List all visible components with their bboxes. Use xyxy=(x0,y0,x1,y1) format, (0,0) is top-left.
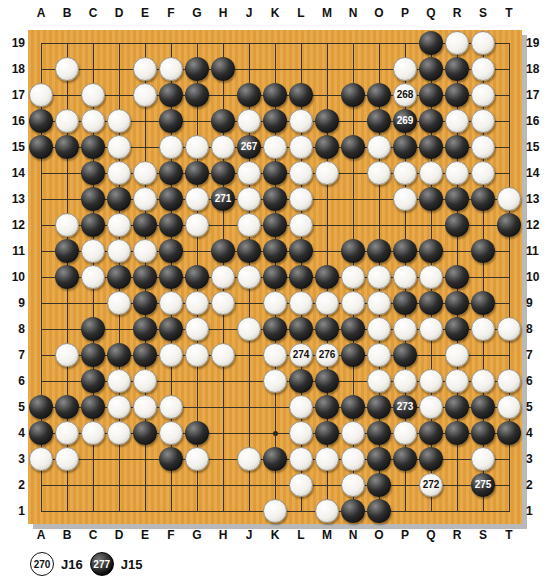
col-label-B: B xyxy=(54,528,80,542)
black-stone-D10 xyxy=(107,265,131,289)
row-label-12: 12 xyxy=(526,218,550,232)
black-stone-P11 xyxy=(393,239,417,263)
white-stone-C11 xyxy=(81,239,105,263)
row-label-15: 15 xyxy=(526,140,550,154)
white-stone-Q6 xyxy=(419,369,443,393)
black-stone-K16 xyxy=(263,109,287,133)
black-stone-S13 xyxy=(471,187,495,211)
col-label-H: H xyxy=(210,528,236,542)
white-stone-C10 xyxy=(81,265,105,289)
black-stone-R12 xyxy=(445,213,469,237)
black-stone-J17 xyxy=(237,83,261,107)
row-labels-left: 19181716151413121110987654321 xyxy=(1,30,25,524)
row-label-11: 11 xyxy=(1,244,25,258)
white-stone-G13 xyxy=(185,187,209,211)
white-stone-E11 xyxy=(133,239,157,263)
black-stone-P5: 273 xyxy=(393,395,417,419)
white-stone-S19 xyxy=(471,31,495,55)
white-stone-N2 xyxy=(341,473,365,497)
white-stone-K15 xyxy=(263,135,287,159)
row-label-1: 1 xyxy=(526,504,550,518)
black-stone-L11 xyxy=(289,239,313,263)
black-stone-A16 xyxy=(29,109,53,133)
black-stone-Q17 xyxy=(419,83,443,107)
white-stone-P14 xyxy=(393,161,417,185)
row-label-16: 16 xyxy=(526,114,550,128)
white-stone-J16 xyxy=(237,109,261,133)
white-stone-P17: 268 xyxy=(393,83,417,107)
col-label-Q: Q xyxy=(418,528,444,542)
black-stone-Q4 xyxy=(419,421,443,445)
black-stone-P7 xyxy=(393,343,417,367)
white-stone-S15 xyxy=(471,135,495,159)
black-stone-N17 xyxy=(341,83,365,107)
col-label-O: O xyxy=(366,6,392,20)
white-stone-T13 xyxy=(497,187,521,211)
black-stone-B10 xyxy=(55,265,79,289)
black-stone-R8 xyxy=(445,317,469,341)
black-stone-G4 xyxy=(185,421,209,445)
white-stone-L16 xyxy=(289,109,313,133)
black-stone-R15 xyxy=(445,135,469,159)
black-stone-G14 xyxy=(185,161,209,185)
star-point-K4 xyxy=(273,431,278,436)
white-stone-D15 xyxy=(107,135,131,159)
black-stone-C7 xyxy=(81,343,105,367)
col-label-T: T xyxy=(496,528,522,542)
col-label-T: T xyxy=(496,6,522,20)
white-stone-O7 xyxy=(367,343,391,367)
white-stone-P6 xyxy=(393,369,417,393)
white-stone-L9 xyxy=(289,291,313,315)
black-stone-Q11 xyxy=(419,239,443,263)
caption-black-stone-277: 277 xyxy=(90,552,114,576)
row-label-5: 5 xyxy=(526,400,550,414)
row-label-13: 13 xyxy=(1,192,25,206)
white-stone-O6 xyxy=(367,369,391,393)
black-stone-L8 xyxy=(289,317,313,341)
black-stone-C8 xyxy=(81,317,105,341)
black-stone-M15 xyxy=(315,135,339,159)
white-stone-P10 xyxy=(393,265,417,289)
black-stone-N11 xyxy=(341,239,365,263)
black-stone-M8 xyxy=(315,317,339,341)
white-stone-H9 xyxy=(211,291,235,315)
col-label-G: G xyxy=(184,528,210,542)
col-label-N: N xyxy=(340,6,366,20)
white-stone-K6 xyxy=(263,369,287,393)
row-label-10: 10 xyxy=(526,270,550,284)
white-stone-E13 xyxy=(133,187,157,211)
white-stone-L12 xyxy=(289,213,313,237)
white-stone-N4 xyxy=(341,421,365,445)
black-stone-G10 xyxy=(185,265,209,289)
white-stone-L3 xyxy=(289,447,313,471)
white-stone-D14 xyxy=(107,161,131,185)
white-stone-N9 xyxy=(341,291,365,315)
white-stone-H7 xyxy=(211,343,235,367)
white-stone-S3 xyxy=(471,447,495,471)
column-labels-bottom: ABCDEFGHJKLMNOPQRST xyxy=(28,528,522,542)
white-stone-L2 xyxy=(289,473,313,497)
col-label-L: L xyxy=(288,6,314,20)
column-labels-top: ABCDEFGHJKLMNOPQRST xyxy=(28,6,522,20)
black-stone-E4 xyxy=(133,421,157,445)
black-stone-Q18 xyxy=(419,57,443,81)
black-stone-N15 xyxy=(341,135,365,159)
black-stone-S4 xyxy=(471,421,495,445)
row-label-1: 1 xyxy=(1,504,25,518)
col-label-H: H xyxy=(210,6,236,20)
black-stone-F10 xyxy=(159,265,183,289)
row-label-4: 4 xyxy=(1,426,25,440)
black-stone-N8 xyxy=(341,317,365,341)
col-label-J: J xyxy=(236,6,262,20)
black-stone-C14 xyxy=(81,161,105,185)
white-stone-R7 xyxy=(445,343,469,367)
white-stone-H15 xyxy=(211,135,235,159)
row-label-2: 2 xyxy=(526,478,550,492)
black-stone-P9 xyxy=(393,291,417,315)
row-label-18: 18 xyxy=(526,62,550,76)
white-stone-B3 xyxy=(55,447,79,471)
black-stone-F16 xyxy=(159,109,183,133)
col-label-K: K xyxy=(262,528,288,542)
col-label-M: M xyxy=(314,528,340,542)
white-stone-G7 xyxy=(185,343,209,367)
row-label-11: 11 xyxy=(526,244,550,258)
row-label-3: 3 xyxy=(526,452,550,466)
black-stone-C15 xyxy=(81,135,105,159)
col-label-E: E xyxy=(132,6,158,20)
white-stone-O9 xyxy=(367,291,391,315)
col-label-B: B xyxy=(54,6,80,20)
white-stone-R14 xyxy=(445,161,469,185)
white-stone-P13 xyxy=(393,187,417,211)
white-stone-B12 xyxy=(55,213,79,237)
row-label-3: 3 xyxy=(1,452,25,466)
white-stone-C16 xyxy=(81,109,105,133)
caption-white-stone-270: 270 xyxy=(30,552,54,576)
black-stone-H11 xyxy=(211,239,235,263)
black-stone-B11 xyxy=(55,239,79,263)
white-stone-H10 xyxy=(211,265,235,289)
white-stone-L4 xyxy=(289,421,313,445)
white-stone-R16 xyxy=(445,109,469,133)
white-stone-J8 xyxy=(237,317,261,341)
white-stone-J14 xyxy=(237,161,261,185)
white-stone-S6 xyxy=(471,369,495,393)
black-stone-F14 xyxy=(159,161,183,185)
black-stone-E9 xyxy=(133,291,157,315)
white-stone-F5 xyxy=(159,395,183,419)
white-stone-J12 xyxy=(237,213,261,237)
white-stone-D5 xyxy=(107,395,131,419)
black-stone-N5 xyxy=(341,395,365,419)
white-stone-J13 xyxy=(237,187,261,211)
white-stone-L14 xyxy=(289,161,313,185)
row-label-16: 16 xyxy=(1,114,25,128)
white-stone-K9 xyxy=(263,291,287,315)
black-stone-M16 xyxy=(315,109,339,133)
white-stone-M1 xyxy=(315,499,339,523)
col-label-E: E xyxy=(132,528,158,542)
col-label-P: P xyxy=(392,6,418,20)
white-stone-L7: 274 xyxy=(289,343,313,367)
black-stone-R13 xyxy=(445,187,469,211)
black-stone-C12 xyxy=(81,213,105,237)
black-stone-A5 xyxy=(29,395,53,419)
col-label-S: S xyxy=(470,528,496,542)
black-stone-T12 xyxy=(497,213,521,237)
white-stone-F9 xyxy=(159,291,183,315)
black-stone-Q9 xyxy=(419,291,443,315)
white-stone-E6 xyxy=(133,369,157,393)
white-stone-E14 xyxy=(133,161,157,185)
black-stone-O5 xyxy=(367,395,391,419)
white-stone-G9 xyxy=(185,291,209,315)
black-stone-O17 xyxy=(367,83,391,107)
caption-black-coord: J15 xyxy=(121,557,143,572)
white-stone-T6 xyxy=(497,369,521,393)
white-stone-M3 xyxy=(315,447,339,471)
white-stone-C4 xyxy=(81,421,105,445)
black-stone-G18 xyxy=(185,57,209,81)
black-stone-E10 xyxy=(133,265,157,289)
white-stone-E18 xyxy=(133,57,157,81)
black-stone-H18 xyxy=(211,57,235,81)
row-label-12: 12 xyxy=(1,218,25,232)
white-stone-P4 xyxy=(393,421,417,445)
row-label-7: 7 xyxy=(1,348,25,362)
white-stone-S18 xyxy=(471,57,495,81)
white-stone-O14 xyxy=(367,161,391,185)
black-stone-O2 xyxy=(367,473,391,497)
white-stone-Q10 xyxy=(419,265,443,289)
black-stone-A4 xyxy=(29,421,53,445)
black-stone-K13 xyxy=(263,187,287,211)
black-stone-K11 xyxy=(263,239,287,263)
caption-white-coord: J16 xyxy=(61,557,83,572)
row-label-8: 8 xyxy=(526,322,550,336)
black-stone-C6 xyxy=(81,369,105,393)
white-stone-T8 xyxy=(497,317,521,341)
black-stone-E7 xyxy=(133,343,157,367)
white-stone-O15 xyxy=(367,135,391,159)
white-stone-E5 xyxy=(133,395,157,419)
row-label-13: 13 xyxy=(526,192,550,206)
white-stone-B7 xyxy=(55,343,79,367)
white-stone-E17 xyxy=(133,83,157,107)
black-stone-E12 xyxy=(133,213,157,237)
white-stone-P18 xyxy=(393,57,417,81)
col-label-L: L xyxy=(288,528,314,542)
black-stone-S5 xyxy=(471,395,495,419)
col-label-F: F xyxy=(158,528,184,542)
black-stone-D7 xyxy=(107,343,131,367)
row-label-14: 14 xyxy=(1,166,25,180)
white-stone-D4 xyxy=(107,421,131,445)
white-stone-L13 xyxy=(289,187,313,211)
white-stone-N3 xyxy=(341,447,365,471)
black-stone-H14 xyxy=(211,161,235,185)
white-stone-G3 xyxy=(185,447,209,471)
black-stone-R10 xyxy=(445,265,469,289)
col-label-J: J xyxy=(236,528,262,542)
white-stone-D6 xyxy=(107,369,131,393)
row-label-7: 7 xyxy=(526,348,550,362)
col-label-R: R xyxy=(444,528,470,542)
white-stone-S14 xyxy=(471,161,495,185)
black-stone-E8 xyxy=(133,317,157,341)
white-stone-D16 xyxy=(107,109,131,133)
black-stone-M6 xyxy=(315,369,339,393)
black-stone-M4 xyxy=(315,421,339,445)
black-stone-H16 xyxy=(211,109,235,133)
black-stone-R18 xyxy=(445,57,469,81)
white-stone-R6 xyxy=(445,369,469,393)
black-stone-K17 xyxy=(263,83,287,107)
black-stone-N1 xyxy=(341,499,365,523)
col-label-C: C xyxy=(80,6,106,20)
black-stone-C13 xyxy=(81,187,105,211)
white-stone-D12 xyxy=(107,213,131,237)
white-stone-P8 xyxy=(393,317,417,341)
move-caption: 270 J16 277 J15 xyxy=(30,551,142,577)
row-label-4: 4 xyxy=(526,426,550,440)
white-stone-L15 xyxy=(289,135,313,159)
black-stone-L6 xyxy=(289,369,313,393)
col-label-M: M xyxy=(314,6,340,20)
white-stone-T5 xyxy=(497,395,521,419)
black-stone-R5 xyxy=(445,395,469,419)
white-stone-S8 xyxy=(471,317,495,341)
black-stone-F3 xyxy=(159,447,183,471)
white-stone-G8 xyxy=(185,317,209,341)
row-label-2: 2 xyxy=(1,478,25,492)
col-label-F: F xyxy=(158,6,184,20)
black-stone-B5 xyxy=(55,395,79,419)
white-stone-S16 xyxy=(471,109,495,133)
go-board[interactable]: 268269267271274276273272275 ABCDEFGHJKLM… xyxy=(28,30,522,524)
black-stone-G17 xyxy=(185,83,209,107)
white-stone-M7: 276 xyxy=(315,343,339,367)
black-stone-A15 xyxy=(29,135,53,159)
white-stone-F7 xyxy=(159,343,183,367)
col-label-N: N xyxy=(340,528,366,542)
row-label-14: 14 xyxy=(526,166,550,180)
white-stone-F15 xyxy=(159,135,183,159)
black-stone-K8 xyxy=(263,317,287,341)
black-stone-S2: 275 xyxy=(471,473,495,497)
col-label-O: O xyxy=(366,528,392,542)
black-stone-P15 xyxy=(393,135,417,159)
black-stone-F13 xyxy=(159,187,183,211)
black-stone-M10 xyxy=(315,265,339,289)
black-stone-O1 xyxy=(367,499,391,523)
black-stone-N7 xyxy=(341,343,365,367)
row-label-8: 8 xyxy=(1,322,25,336)
black-stone-F12 xyxy=(159,213,183,237)
white-stone-R19 xyxy=(445,31,469,55)
black-stone-R17 xyxy=(445,83,469,107)
black-stone-Q3 xyxy=(419,447,443,471)
black-stone-L10 xyxy=(289,265,313,289)
white-stone-C17 xyxy=(81,83,105,107)
black-stone-K12 xyxy=(263,213,287,237)
white-stone-N10 xyxy=(341,265,365,289)
black-stone-Q19 xyxy=(419,31,443,55)
white-stone-A3 xyxy=(29,447,53,471)
row-label-6: 6 xyxy=(526,374,550,388)
row-label-18: 18 xyxy=(1,62,25,76)
black-stone-H13: 271 xyxy=(211,187,235,211)
black-stone-O3 xyxy=(367,447,391,471)
row-label-10: 10 xyxy=(1,270,25,284)
white-stone-L5 xyxy=(289,395,313,419)
white-stone-M14 xyxy=(315,161,339,185)
white-stone-D11 xyxy=(107,239,131,263)
col-label-R: R xyxy=(444,6,470,20)
black-stone-O16 xyxy=(367,109,391,133)
white-stone-M9 xyxy=(315,291,339,315)
col-label-K: K xyxy=(262,6,288,20)
black-stone-M5 xyxy=(315,395,339,419)
white-stone-J10 xyxy=(237,265,261,289)
col-label-A: A xyxy=(28,528,54,542)
black-stone-D13 xyxy=(107,187,131,211)
black-stone-Q15 xyxy=(419,135,443,159)
row-label-17: 17 xyxy=(526,88,550,102)
white-stone-O8 xyxy=(367,317,391,341)
white-stone-F4 xyxy=(159,421,183,445)
black-stone-S11 xyxy=(471,239,495,263)
row-label-9: 9 xyxy=(1,296,25,310)
row-label-19: 19 xyxy=(526,36,550,50)
board-intersections[interactable]: 268269267271274276273272275 xyxy=(28,30,522,524)
row-label-17: 17 xyxy=(1,88,25,102)
black-stone-Q16 xyxy=(419,109,443,133)
white-stone-B4 xyxy=(55,421,79,445)
white-stone-K1 xyxy=(263,499,287,523)
black-stone-J11 xyxy=(237,239,261,263)
col-label-C: C xyxy=(80,528,106,542)
black-stone-T4 xyxy=(497,421,521,445)
white-stone-A17 xyxy=(29,83,53,107)
col-label-D: D xyxy=(106,6,132,20)
white-stone-K7 xyxy=(263,343,287,367)
black-stone-K3 xyxy=(263,447,287,471)
black-stone-O11 xyxy=(367,239,391,263)
black-stone-F8 xyxy=(159,317,183,341)
white-stone-O10 xyxy=(367,265,391,289)
white-stone-Q14 xyxy=(419,161,443,185)
row-label-6: 6 xyxy=(1,374,25,388)
black-stone-C5 xyxy=(81,395,105,419)
black-stone-K14 xyxy=(263,161,287,185)
col-label-Q: Q xyxy=(418,6,444,20)
black-stone-B15 xyxy=(55,135,79,159)
white-stone-D9 xyxy=(107,291,131,315)
col-label-A: A xyxy=(28,6,54,20)
white-stone-B16 xyxy=(55,109,79,133)
col-label-P: P xyxy=(392,528,418,542)
white-stone-Q2: 272 xyxy=(419,473,443,497)
white-stone-B18 xyxy=(55,57,79,81)
col-label-S: S xyxy=(470,6,496,20)
black-stone-P16: 269 xyxy=(393,109,417,133)
white-stone-Q5 xyxy=(419,395,443,419)
